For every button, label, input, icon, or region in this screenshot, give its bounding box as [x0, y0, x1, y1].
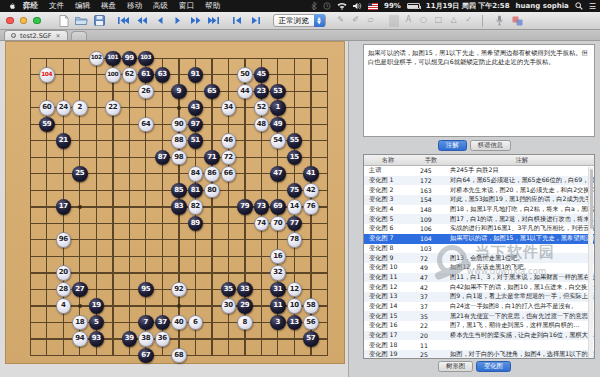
stone-move-59[interactable]: 59: [39, 117, 55, 133]
bottom-view-buttons: 树形图 变化图: [349, 361, 600, 372]
goban-wood: 1234567891011121314151617181920212223242…: [5, 41, 345, 364]
save-file-button[interactable]: [93, 14, 107, 27]
stone-move-11[interactable]: 11: [270, 298, 286, 314]
stone-move-17[interactable]: 17: [56, 199, 72, 215]
stone-move-37[interactable]: 37: [155, 315, 171, 331]
timemachine-icon[interactable]: [323, 2, 331, 10]
table-header: 名称 手数 注解: [364, 155, 594, 166]
stone-move-52[interactable]: 52: [254, 100, 270, 116]
star-point: [78, 205, 82, 209]
stone-move-66[interactable]: 66: [221, 166, 237, 182]
menu-item-7[interactable]: 帮助: [205, 1, 220, 11]
variation-row-14[interactable]: 变化图 1437白24这一手如图8，白1的打入也并不是没有。: [364, 302, 594, 312]
variation-row-10[interactable]: 变化图 1049如图12，应该走黑1的飞吧。: [364, 263, 594, 273]
menu-item-0[interactable]: 弈经: [23, 1, 38, 11]
stone-move-22[interactable]: 22: [105, 100, 121, 116]
next-move-button[interactable]: [171, 14, 185, 27]
go-stone-icon: [11, 33, 16, 38]
apple-menu-icon[interactable]: [8, 2, 16, 10]
app-window: 弈经文件编辑棋盘移动高级窗口帮助 99% 11月19日 周四 下午2:58 hu…: [0, 0, 600, 377]
header-name[interactable]: 名称: [364, 156, 412, 165]
stone-move-15[interactable]: 15: [287, 150, 303, 166]
stone-move-98[interactable]: 98: [171, 150, 187, 166]
stone-move-68[interactable]: 68: [171, 348, 187, 364]
stone-move-23[interactable]: 23: [254, 84, 270, 100]
stone-move-49[interactable]: 49: [270, 117, 286, 133]
go-board[interactable]: 1234567891011121314151617181920212223242…: [22, 50, 336, 364]
input-language-flag-icon[interactable]: [368, 3, 378, 10]
menu-datetime[interactable]: 11月19日 周四 下午2:58: [426, 1, 510, 11]
stone-move-44[interactable]: 44: [237, 84, 253, 100]
tab-bar: test2.SGF ✕: [0, 30, 600, 41]
microphone-icon[interactable]: [493, 14, 507, 27]
panel-tab-buttons: 注解 棋谱信息: [349, 140, 600, 151]
stone-move-85[interactable]: 85: [171, 183, 187, 199]
menu-bar: 弈经文件编辑棋盘移动高级窗口帮助 99% 11月19日 周四 下午2:58 hu…: [0, 0, 600, 12]
stone-move-13[interactable]: 13: [287, 315, 303, 331]
stone-move-84[interactable]: 84: [188, 166, 204, 182]
stone-move-57[interactable]: 57: [303, 331, 319, 347]
stone-move-53[interactable]: 53: [270, 84, 286, 100]
prev-move-button[interactable]: [153, 14, 167, 27]
prev-variation-button[interactable]: [231, 14, 245, 27]
stone-move-35[interactable]: 35: [221, 282, 237, 298]
stone-move-36[interactable]: 36: [155, 331, 171, 347]
spotlight-search-icon[interactable]: [575, 2, 583, 10]
toolbar: 正常浏览 ▲▼ ✎ ✐ ▱ A ○ □ △ ✓: [0, 12, 600, 30]
stone-move-76[interactable]: 76: [303, 199, 319, 215]
variation-nav-buttons: [231, 14, 263, 27]
variation-row-12[interactable]: 变化图 1242白42如果不下的话，如图10，黑1点进来，白交换失去…: [364, 282, 594, 292]
stone-move-74[interactable]: 74: [254, 216, 270, 232]
menu-status-area: 99% 11月19日 周四 下午2:58 huang sophia ☰: [311, 1, 596, 11]
eraser-tool-icon[interactable]: ▱: [366, 15, 376, 27]
stone-move-60[interactable]: 60: [39, 100, 55, 116]
open-file-button[interactable]: [75, 14, 89, 27]
stone-move-43[interactable]: 43: [188, 100, 204, 116]
stone-move-101[interactable]: 101: [105, 51, 121, 67]
stone-move-62[interactable]: 62: [122, 67, 138, 83]
stone-move-71[interactable]: 71: [204, 150, 220, 166]
stone-move-63[interactable]: 63: [155, 67, 171, 83]
stone-move-25[interactable]: 25: [72, 166, 88, 182]
stone-move-6[interactable]: 6: [188, 315, 204, 331]
stone-move-26[interactable]: 26: [138, 84, 154, 100]
stone-move-89[interactable]: 89: [188, 216, 204, 232]
stone-move-2[interactable]: 2: [72, 100, 88, 116]
comment-text: 如果可以的话，如图15，黑1以下先走，黑希望周边都有被锁得到先手扳粘。但白也是职…: [368, 49, 588, 65]
new-tab-stub[interactable]: [71, 31, 87, 40]
variation-row-8[interactable]: 变化图 8103: [364, 244, 594, 254]
view-mode-value: 正常浏览: [279, 16, 309, 26]
variation-row-3[interactable]: 变化图 3154对此，黑53如图19，黑1挡的应的话，白2成为先手，这…: [364, 195, 594, 205]
header-moves[interactable]: 手数: [412, 156, 450, 165]
square-tool-icon[interactable]: □: [434, 15, 444, 27]
stone-move-4[interactable]: 4: [56, 298, 72, 314]
next-variation-button[interactable]: [249, 14, 263, 27]
stone-move-87[interactable]: 87: [155, 150, 171, 166]
stone-move-42[interactable]: 42: [303, 183, 319, 199]
stone-move-99[interactable]: 99: [122, 51, 138, 67]
stone-move-10[interactable]: 10: [287, 298, 303, 314]
circle-tool-icon[interactable]: ○: [419, 15, 429, 27]
right-panel: 如果可以的话，如图15，黑1以下先走，黑希望周边都有被锁得到先手扳粘。但白也是职…: [348, 41, 600, 377]
mark-tool-icon[interactable]: ✓: [464, 15, 474, 27]
variation-row-0[interactable]: 主谱245共245手 白胜2目: [364, 166, 594, 176]
variation-row-15[interactable]: 变化图 1535黑21有先便宜一下的意思，也有先过渡一下的意思，但…: [364, 311, 594, 321]
variation-row-17[interactable]: 变化图 1720桥本先生当时的坚实感，让白走到白16位，黑棋大…: [364, 331, 594, 341]
stone-move-86[interactable]: 86: [204, 166, 220, 182]
stone-move-94[interactable]: 94: [72, 331, 88, 347]
stone-move-97[interactable]: 97: [188, 117, 204, 133]
stone-move-103[interactable]: 103: [138, 51, 154, 67]
stone-move-79[interactable]: 79: [237, 199, 253, 215]
stone-move-96[interactable]: 96: [56, 232, 72, 248]
fast-forward-button[interactable]: [189, 14, 203, 27]
variation-row-18[interactable]: 变化图 1811: [364, 340, 594, 350]
variation-row-9[interactable]: 变化图 972图13，会急忙走黑1位吧。: [364, 253, 594, 263]
document-tab[interactable]: test2.SGF ✕: [4, 30, 68, 40]
stone-move-75[interactable]: 75: [287, 183, 303, 199]
dropdown-stepper-icon: ▲▼: [314, 14, 325, 27]
triangle-tool-icon[interactable]: △: [449, 15, 459, 27]
game-info-tab-button[interactable]: 棋谱信息: [470, 140, 511, 151]
stone-move-70[interactable]: 70: [270, 216, 286, 232]
stone-move-72[interactable]: 72: [221, 150, 237, 166]
star-point: [78, 304, 82, 308]
stone-move-58[interactable]: 58: [303, 298, 319, 314]
table-scrollbar[interactable]: [588, 167, 593, 358]
stone-move-45[interactable]: 45: [254, 67, 270, 83]
variation-view-button[interactable]: 变化图: [476, 361, 511, 372]
stone-move-67[interactable]: 67: [138, 348, 154, 364]
stone-move-46[interactable]: 46: [221, 133, 237, 149]
wifi-icon[interactable]: [337, 2, 347, 10]
stone-move-9[interactable]: 9: [171, 84, 187, 100]
stone-move-5[interactable]: 5: [89, 315, 105, 331]
stone-move-102[interactable]: 102: [89, 51, 105, 67]
stone-move-92[interactable]: 92: [171, 282, 187, 298]
menu-item-2[interactable]: 编辑: [75, 1, 90, 11]
stone-move-95[interactable]: 95: [138, 282, 154, 298]
variation-row-11[interactable]: 变化图 1147图11，白1、3，对于黑来说，如果财富一样的黑右上角…: [364, 273, 594, 283]
nav-buttons: [117, 14, 221, 27]
stone-move-31[interactable]: 31: [270, 282, 286, 298]
tab-title: test2.SGF: [20, 32, 52, 40]
menu-user[interactable]: huang sophia: [516, 2, 569, 10]
star-point: [177, 106, 181, 110]
stone-move-65[interactable]: 65: [204, 84, 220, 100]
bluetooth-icon[interactable]: [311, 2, 317, 10]
star-point: [177, 304, 181, 308]
label-tool-icon[interactable]: A: [404, 15, 414, 27]
variation-row-13[interactable]: 变化图 1337图9，白1退，看上去是非常想退的一手，但实际上是思…: [364, 292, 594, 302]
battery-percent: 99%: [384, 2, 401, 10]
table-body: 主谱245共245手 白胜2目变化图 1172对白64，黑65必须退让，黑65走…: [364, 166, 594, 359]
stone-move-80[interactable]: 80: [204, 183, 220, 199]
menu-item-5[interactable]: 高级: [153, 1, 168, 11]
stone-move-61[interactable]: 61: [138, 67, 154, 83]
stone-move-3[interactable]: 3: [270, 315, 286, 331]
battery-icon: [407, 3, 420, 9]
close-tab-icon[interactable]: ✕: [56, 32, 61, 39]
tree-view-button[interactable]: 树形图: [438, 361, 473, 372]
stone-move-29[interactable]: 29: [237, 298, 253, 314]
stone-move-73[interactable]: 73: [254, 199, 270, 215]
stone-move-7[interactable]: 7: [138, 315, 154, 331]
stone-move-83[interactable]: 83: [171, 199, 187, 215]
stone-move-48[interactable]: 48: [254, 117, 270, 133]
stone-move-12[interactable]: 12: [287, 282, 303, 298]
stone-move-40[interactable]: 40: [171, 315, 187, 331]
variation-table[interactable]: 名称 手数 注解 主谱245共245手 白胜2目变化图 1172对白64，黑65…: [363, 154, 595, 359]
variation-row-7[interactable]: 变化图 7104如果可以的话，如图15，黑1以下先走，黑希望周边都…: [364, 234, 594, 244]
stone-move-100[interactable]: 100: [105, 67, 121, 83]
stone-move-19[interactable]: 19: [89, 298, 105, 314]
zoom-window-button[interactable]: [33, 17, 41, 25]
stone-move-33[interactable]: 33: [237, 282, 253, 298]
stone-move-1[interactable]: 1: [270, 100, 286, 116]
stone-move-38[interactable]: 38: [138, 331, 154, 347]
header-note[interactable]: 注解: [450, 156, 594, 165]
stone-move-82[interactable]: 82: [188, 199, 204, 215]
variation-row-4[interactable]: 变化图 4148图18，如黑1平凡地打吃，白2粘，将来，白a，黑b之后…: [364, 205, 594, 215]
fast-back-button[interactable]: [135, 14, 149, 27]
stone-move-77[interactable]: 77: [287, 216, 303, 232]
stone-move-8[interactable]: 8: [237, 315, 253, 331]
stone-move-64[interactable]: 64: [138, 117, 154, 133]
view-mode-dropdown[interactable]: 正常浏览 ▲▼: [273, 14, 326, 27]
stone-move-32[interactable]: 32: [270, 265, 286, 281]
volume-icon[interactable]: [353, 2, 362, 10]
stone-move-14[interactable]: 14: [287, 199, 303, 215]
stone-move-39[interactable]: 39: [122, 331, 138, 347]
variation-row-16[interactable]: 变化图 1622图7，黑1飞，期待走到黑5，这样黑棋白棋的…: [364, 321, 594, 331]
first-move-button[interactable]: [117, 14, 131, 27]
stone-move-28[interactable]: 28: [56, 282, 72, 298]
stone-move-16[interactable]: 16: [270, 249, 286, 265]
translate-icon[interactable]: [511, 14, 525, 27]
stone-move-34[interactable]: 34: [221, 100, 237, 116]
stone-move-41[interactable]: 41: [303, 166, 319, 182]
stone-move-69[interactable]: 69: [270, 199, 286, 215]
pencil-tool-icon[interactable]: ✎: [336, 15, 346, 27]
stone-move-81[interactable]: 81: [188, 183, 204, 199]
stone-move-91[interactable]: 91: [188, 67, 204, 83]
menu-item-4[interactable]: 移动: [127, 1, 142, 11]
board-pane: 1234567891011121314151617181920212223242…: [0, 41, 348, 377]
notification-center-icon[interactable]: ☰: [589, 2, 596, 11]
variation-row-6[interactable]: 变化图 6106实战的进行和图16黑1、3平凡的飞压相比，判若云泥，…: [364, 224, 594, 234]
stone-move-27[interactable]: 27: [72, 282, 88, 298]
stone-move-18[interactable]: 18: [72, 315, 88, 331]
stone-move-55[interactable]: 55: [287, 133, 303, 149]
menu-items: 弈经文件编辑棋盘移动高级窗口帮助: [23, 1, 220, 11]
menu-item-6[interactable]: 窗口: [179, 1, 194, 11]
stone-move-104[interactable]: 104: [39, 67, 55, 83]
stone-move-78[interactable]: 78: [287, 232, 303, 248]
stone-move-21[interactable]: 21: [56, 133, 72, 149]
last-move-button[interactable]: [207, 14, 221, 27]
variation-row-2[interactable]: 变化图 2163对桥本先生来说，图20，黑1必须先走，和白2交换后再…: [364, 185, 594, 195]
stone-move-90[interactable]: 90: [171, 117, 187, 133]
stone-move-20[interactable]: 20: [56, 265, 72, 281]
minimize-window-button[interactable]: [20, 17, 28, 25]
stone-move-88[interactable]: 88: [171, 133, 187, 149]
variation-row-1[interactable]: 变化图 1172对白64，黑65必须退让，黑65走66位的，白69，黑65…: [364, 176, 594, 186]
stone-move-50[interactable]: 50: [237, 67, 253, 83]
markup-tools: ✎ ✐ ▱ A ○ □ △ ✓: [336, 15, 474, 27]
close-window-button[interactable]: [6, 17, 14, 25]
stone-move-24[interactable]: 24: [56, 100, 72, 116]
comment-box[interactable]: 如果可以的话，如图15，黑1以下先走，黑希望周边都有被锁得到先手扳粘。但白也是职…: [363, 44, 595, 137]
stone-move-51[interactable]: 51: [188, 133, 204, 149]
stone-move-30[interactable]: 30: [221, 298, 237, 314]
new-file-button[interactable]: [57, 14, 71, 27]
stone-move-93[interactable]: 93: [89, 331, 105, 347]
brush-tool-icon[interactable]: ✐: [351, 15, 361, 27]
annotation-tab-button[interactable]: 注解: [438, 140, 467, 151]
variation-row-19[interactable]: 变化图 1925如图，对于白的小飞挂角，如图4，选择黑1以下的定式…: [364, 350, 594, 359]
menu-item-3[interactable]: 棋盘: [101, 1, 116, 11]
menu-item-1[interactable]: 文件: [49, 1, 64, 11]
stone-move-47[interactable]: 47: [270, 166, 286, 182]
stone-move-54[interactable]: 54: [270, 133, 286, 149]
variation-row-5[interactable]: 变化图 5109图17，白1的话，黑2退，对白棋接进行攻击，将来，白…: [364, 214, 594, 224]
stone-move-56[interactable]: 56: [303, 315, 319, 331]
